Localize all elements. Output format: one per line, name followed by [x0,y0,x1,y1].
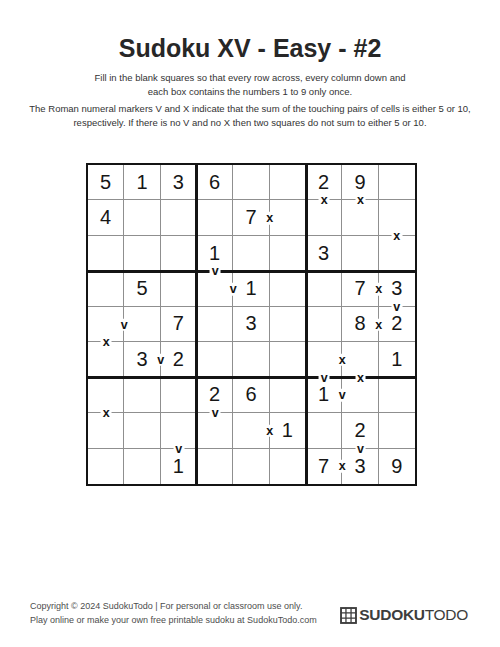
xv-marker-x-r7c1-below: x [101,407,112,420]
xv-marker-v-r8c3-below: v [173,442,184,455]
xv-marker-x-r6c8-below: x [355,371,366,384]
instructions-xv-line1: The Roman numeral markers V and X indica… [0,102,500,116]
grid-cell-r5c5: 3 [233,307,269,342]
grid-cell-r2c4 [197,200,233,235]
grid-cell-r6c6 [270,342,306,377]
grid-cell-r1c1: 5 [88,165,124,200]
logo-text-todo: TODO [425,606,468,624]
grid-cell-r2c1: 4 [88,200,124,235]
grid-cell-r4c6 [270,271,306,306]
xv-marker-x-r1c8-below: x [355,194,366,207]
xv-marker-v-r4c4-right: v [228,283,239,296]
instructions-xv-rule: The Roman numeral markers V and X indica… [0,102,500,129]
grid-cell-r3c6 [270,236,306,271]
grid-cell-r1c6 [270,165,306,200]
grid-cell-r7c6 [270,378,306,413]
xv-marker-x-r8c5-right: x [264,425,275,438]
instructions-basic: Fill in the blank squares so that every … [0,71,500,98]
xv-marker-x-r6c7-right: x [337,354,348,367]
grid-cell-r3c5 [233,236,269,271]
grid-cell-r7c2 [124,378,160,413]
copyright-line1: Copyright © 2024 SudokuTodo | For person… [30,600,317,614]
box-divider-vertical-left [195,165,198,484]
grid-cell-r8c7 [306,413,342,448]
xv-marker-v-r7c7-right: v [337,389,348,402]
logo-text-sudoku: SUDOKU [359,606,424,624]
sudoku-grid-icon [340,607,357,624]
grid-cell-r7c9 [379,378,415,413]
grid-cell-r3c2 [124,236,160,271]
grid-cell-r3c7: 3 [306,236,342,271]
grid-cell-r2c3 [161,200,197,235]
grid-cell-r2c2 [124,200,160,235]
instructions-basic-line2: each box contains the numbers 1 to 9 onl… [0,85,500,99]
grid-cell-r4c3 [161,271,197,306]
xv-marker-v-r5c1-right: v [119,318,130,331]
grid-cell-r9c9: 9 [379,449,415,484]
instructions-basic-line1: Fill in the blank squares so that every … [0,71,500,85]
grid-cell-r5c7 [306,307,342,342]
xv-marker-x-r9c7-right: x [337,460,348,473]
xv-marker-x-r2c5-right: x [264,212,275,225]
grid-cell-r7c5: 6 [233,378,269,413]
grid-cell-r7c3 [161,378,197,413]
sudoku-grid: 513629471351737382321261121739xxxxvvxvvx… [86,163,417,486]
grid-cell-r9c1 [88,449,124,484]
instructions-xv-line2: respectively. If there is no V and no X … [0,116,500,130]
grid-cell-r8c9 [379,413,415,448]
grid-cell-r1c2: 1 [124,165,160,200]
grid-cell-r6c9: 1 [379,342,415,377]
grid-cell-r8c2 [124,413,160,448]
xv-marker-x-r5c1-below: x [101,336,112,349]
grid-cell-r9c5 [233,449,269,484]
grid-cell-r3c1 [88,236,124,271]
grid-cell-r5c6 [270,307,306,342]
grid-cell-r5c4 [197,307,233,342]
copyright-line2: Play online or make your own free printa… [30,614,317,628]
grid-cell-r5c3: 7 [161,307,197,342]
box-divider-vertical-right [305,165,308,484]
grid-cell-r6c5 [233,342,269,377]
sudoku-worksheet: Sudoku XV - Easy - #2 Fill in the blank … [0,0,500,647]
xv-marker-v-r3c4-below: v [210,265,221,278]
copyright-note: Copyright © 2024 SudokuTodo | For person… [30,600,317,627]
box-divider-horizontal-top [88,270,415,273]
xv-marker-v-r6c2-right: v [155,354,166,367]
xv-marker-x-r1c7-below: x [319,194,330,207]
xv-marker-v-r7c4-below: v [210,407,221,420]
grid-cell-r6c4 [197,342,233,377]
grid-cell-r4c1 [88,271,124,306]
grid-cell-r4c7 [306,271,342,306]
sudokutodo-logo: SUDOKUTODO [340,605,468,625]
grid-cell-r9c2 [124,449,160,484]
xv-marker-x-r5c8-right: x [373,318,384,331]
xv-marker-x-r2c9-below: x [391,230,402,243]
grid-cell-r1c4: 6 [197,165,233,200]
xv-marker-v-r4c9-below: v [391,301,402,314]
grid-cell-r1c5 [233,165,269,200]
xv-marker-v-r8c8-below: v [355,442,366,455]
grid-cell-r3c3 [161,236,197,271]
page-title: Sudoku XV - Easy - #2 [0,34,500,63]
grid-cell-r1c3: 3 [161,165,197,200]
xv-marker-x-r4c8-right: x [373,283,384,296]
xv-marker-v-r6c7-below: v [319,371,330,384]
grid-cell-r1c9 [379,165,415,200]
grid-cell-r9c4 [197,449,233,484]
grid-cell-r9c6 [270,449,306,484]
grid-cell-r3c8 [342,236,378,271]
grid-cell-r4c2: 5 [124,271,160,306]
